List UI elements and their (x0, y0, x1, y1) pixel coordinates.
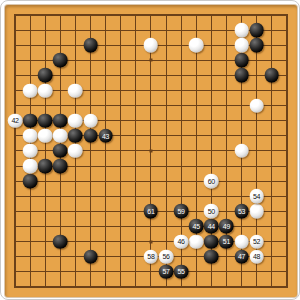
move-number-label: 50 (208, 208, 215, 215)
stone-black (53, 234, 68, 249)
stone-white (249, 204, 264, 219)
move-number-label: 48 (253, 253, 260, 260)
grid-line-horizontal (14, 286, 288, 288)
stone-black (53, 144, 68, 159)
stone-white (249, 98, 264, 113)
grid-line-vertical (166, 14, 167, 288)
stone-white (23, 144, 38, 159)
stone-white (189, 38, 204, 53)
move-number-label: 61 (147, 208, 154, 215)
stone-black (249, 23, 264, 38)
stone-black (234, 53, 249, 68)
stone-white (144, 38, 159, 53)
move-number-label: 51 (223, 238, 230, 245)
stone-black (38, 68, 53, 83)
move-number-label: 52 (253, 238, 260, 245)
go-board: 4243444546474849505152535455565758596061 (5, 5, 297, 297)
stone-black (38, 113, 53, 128)
stone-black (23, 174, 38, 189)
move-number-label: 45 (193, 223, 200, 230)
move-number-label: 43 (102, 132, 109, 139)
stone-white-move-42: 42 (8, 113, 23, 128)
stone-black (204, 234, 219, 249)
grid-line-horizontal (14, 181, 288, 182)
stone-black (83, 38, 98, 53)
move-number-label: 54 (253, 193, 260, 200)
star-point (149, 59, 152, 62)
stone-black (68, 129, 83, 144)
stone-white (68, 144, 83, 159)
stone-white (23, 129, 38, 144)
move-number-label: 47 (238, 253, 245, 260)
stone-white-move-54: 54 (249, 189, 264, 204)
grid-line-horizontal (14, 196, 288, 197)
go-diagram: 4243444546474849505152535455565758596061 (0, 0, 300, 300)
move-number-label: 60 (208, 178, 215, 185)
move-number-label: 53 (238, 208, 245, 215)
stone-white (234, 23, 249, 38)
stone-black-move-49: 49 (219, 219, 234, 234)
stone-black-move-47: 47 (234, 249, 249, 264)
stone-black (264, 68, 279, 83)
stone-black (53, 113, 68, 128)
stone-white (23, 83, 38, 98)
stone-black (234, 68, 249, 83)
stone-black-move-53: 53 (234, 204, 249, 219)
stone-black-move-59: 59 (174, 204, 189, 219)
stone-white (234, 234, 249, 249)
stone-white (234, 38, 249, 53)
move-number-label: 46 (178, 238, 185, 245)
stone-black-move-43: 43 (98, 129, 113, 144)
stone-white-move-60: 60 (204, 174, 219, 189)
stone-black (83, 249, 98, 264)
star-point (149, 240, 152, 243)
stone-black-move-51: 51 (219, 234, 234, 249)
stone-black (23, 113, 38, 128)
stone-black-move-61: 61 (144, 204, 159, 219)
move-number-label: 58 (147, 253, 154, 260)
move-number-label: 57 (162, 268, 169, 275)
move-number-label: 56 (162, 253, 169, 260)
stone-white (68, 113, 83, 128)
grid-line-vertical (271, 14, 272, 288)
grid-line-horizontal (14, 226, 288, 227)
star-point (149, 149, 152, 152)
stone-black (249, 38, 264, 53)
stone-white (23, 159, 38, 174)
stone-white (53, 129, 68, 144)
stone-white-move-56: 56 (159, 249, 174, 264)
stone-white-move-58: 58 (144, 249, 159, 264)
move-number-label: 42 (11, 117, 18, 124)
stone-white (38, 129, 53, 144)
stone-black-move-57: 57 (159, 264, 174, 279)
stone-white (189, 234, 204, 249)
stone-black-move-55: 55 (174, 264, 189, 279)
stone-white-move-48: 48 (249, 249, 264, 264)
stone-white (68, 83, 83, 98)
grid-line-vertical (286, 14, 288, 288)
stone-white (83, 113, 98, 128)
stone-black-move-45: 45 (189, 219, 204, 234)
stone-white (38, 83, 53, 98)
move-number-label: 44 (208, 223, 215, 230)
stone-black-move-44: 44 (204, 219, 219, 234)
stone-black (53, 159, 68, 174)
stone-white (234, 144, 249, 159)
move-number-label: 49 (223, 223, 230, 230)
grid-line-horizontal (14, 271, 288, 272)
stone-black (83, 129, 98, 144)
stone-black (204, 249, 219, 264)
move-number-label: 55 (178, 268, 185, 275)
move-number-label: 59 (178, 208, 185, 215)
stone-black (38, 159, 53, 174)
stone-white-move-50: 50 (204, 204, 219, 219)
stone-white-move-52: 52 (249, 234, 264, 249)
stone-black (53, 53, 68, 68)
stone-white-move-46: 46 (174, 234, 189, 249)
